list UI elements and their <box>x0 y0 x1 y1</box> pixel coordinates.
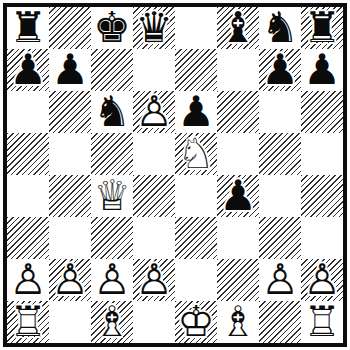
square-h5[interactable] <box>301 133 343 175</box>
chess-diagram: ♜♜♚♚♛♛♝♝♞♞♜♜♟♟♟♟♟♟♟♟♞♞♟♙♟♟♞♘♛♕♟♟♟♙♟♙♟♙♟♙… <box>0 0 350 350</box>
square-d6[interactable]: ♟♙ <box>133 91 175 133</box>
square-d3[interactable] <box>133 217 175 259</box>
square-e5[interactable]: ♞♘ <box>175 133 217 175</box>
square-c2[interactable]: ♟♙ <box>91 259 133 301</box>
square-b3[interactable] <box>49 217 91 259</box>
square-b6[interactable] <box>49 91 91 133</box>
square-f1[interactable]: ♝♗ <box>217 301 259 343</box>
white-pawn-halo: ♟ <box>259 259 301 301</box>
white-king-icon: ♔ <box>175 301 217 343</box>
black-king-icon: ♚ <box>91 7 133 49</box>
white-pawn-halo: ♟ <box>49 259 91 301</box>
white-pawn-icon: ♙ <box>7 259 49 301</box>
white-pawn-icon: ♙ <box>259 259 301 301</box>
square-e7[interactable] <box>175 49 217 91</box>
square-b5[interactable] <box>49 133 91 175</box>
square-d4[interactable] <box>133 175 175 217</box>
square-g8[interactable]: ♞♞ <box>259 7 301 49</box>
square-e8[interactable] <box>175 7 217 49</box>
square-c8[interactable]: ♚♚ <box>91 7 133 49</box>
white-knight-icon: ♘ <box>175 133 217 175</box>
white-rook-halo: ♜ <box>7 301 49 343</box>
square-a4[interactable] <box>7 175 49 217</box>
square-h1[interactable]: ♜♖ <box>301 301 343 343</box>
black-king-halo: ♚ <box>91 7 133 49</box>
black-rook-halo: ♜ <box>7 7 49 49</box>
white-pawn-icon: ♙ <box>133 259 175 301</box>
square-h4[interactable] <box>301 175 343 217</box>
square-c1[interactable]: ♝♗ <box>91 301 133 343</box>
square-h8[interactable]: ♜♜ <box>301 7 343 49</box>
black-pawn-halo: ♟ <box>49 49 91 91</box>
black-rook-halo: ♜ <box>301 7 343 49</box>
black-queen-icon: ♛ <box>133 7 175 49</box>
white-pawn-halo: ♟ <box>7 259 49 301</box>
white-pawn-halo: ♟ <box>91 259 133 301</box>
square-c5[interactable] <box>91 133 133 175</box>
white-bishop-halo: ♝ <box>91 301 133 343</box>
chess-board: ♜♜♚♚♛♛♝♝♞♞♜♜♟♟♟♟♟♟♟♟♞♞♟♙♟♟♞♘♛♕♟♟♟♙♟♙♟♙♟♙… <box>3 3 347 347</box>
square-b2[interactable]: ♟♙ <box>49 259 91 301</box>
square-a8[interactable]: ♜♜ <box>7 7 49 49</box>
square-g2[interactable]: ♟♙ <box>259 259 301 301</box>
square-b7[interactable]: ♟♟ <box>49 49 91 91</box>
white-pawn-halo: ♟ <box>301 259 343 301</box>
square-f5[interactable] <box>217 133 259 175</box>
square-g6[interactable] <box>259 91 301 133</box>
black-knight-halo: ♞ <box>259 7 301 49</box>
square-a7[interactable]: ♟♟ <box>7 49 49 91</box>
square-f2[interactable] <box>217 259 259 301</box>
black-rook-icon: ♜ <box>7 7 49 49</box>
square-c4[interactable]: ♛♕ <box>91 175 133 217</box>
white-queen-icon: ♕ <box>91 175 133 217</box>
white-rook-icon: ♖ <box>301 301 343 343</box>
square-h6[interactable] <box>301 91 343 133</box>
black-pawn-icon: ♟ <box>7 49 49 91</box>
square-f7[interactable] <box>217 49 259 91</box>
black-pawn-icon: ♟ <box>217 175 259 217</box>
black-pawn-halo: ♟ <box>7 49 49 91</box>
white-bishop-icon: ♗ <box>91 301 133 343</box>
white-pawn-icon: ♙ <box>133 91 175 133</box>
black-pawn-halo: ♟ <box>301 49 343 91</box>
square-e6[interactable]: ♟♟ <box>175 91 217 133</box>
white-pawn-icon: ♙ <box>301 259 343 301</box>
square-g4[interactable] <box>259 175 301 217</box>
square-c7[interactable] <box>91 49 133 91</box>
black-pawn-halo: ♟ <box>175 91 217 133</box>
square-c3[interactable] <box>91 217 133 259</box>
square-h3[interactable] <box>301 217 343 259</box>
square-a3[interactable] <box>7 217 49 259</box>
square-d2[interactable]: ♟♙ <box>133 259 175 301</box>
white-king-halo: ♚ <box>175 301 217 343</box>
black-rook-icon: ♜ <box>301 7 343 49</box>
square-e2[interactable] <box>175 259 217 301</box>
white-rook-icon: ♖ <box>7 301 49 343</box>
square-f8[interactable]: ♝♝ <box>217 7 259 49</box>
white-queen-halo: ♛ <box>91 175 133 217</box>
square-e3[interactable] <box>175 217 217 259</box>
square-e4[interactable] <box>175 175 217 217</box>
square-b4[interactable] <box>49 175 91 217</box>
black-knight-halo: ♞ <box>91 91 133 133</box>
black-knight-icon: ♞ <box>91 91 133 133</box>
square-e1[interactable]: ♚♔ <box>175 301 217 343</box>
square-b8[interactable] <box>49 7 91 49</box>
black-bishop-halo: ♝ <box>217 7 259 49</box>
black-knight-icon: ♞ <box>259 7 301 49</box>
square-d8[interactable]: ♛♛ <box>133 7 175 49</box>
square-g3[interactable] <box>259 217 301 259</box>
black-queen-halo: ♛ <box>133 7 175 49</box>
square-d7[interactable] <box>133 49 175 91</box>
black-pawn-halo: ♟ <box>259 49 301 91</box>
square-d1[interactable] <box>133 301 175 343</box>
black-pawn-icon: ♟ <box>49 49 91 91</box>
square-h7[interactable]: ♟♟ <box>301 49 343 91</box>
black-pawn-icon: ♟ <box>301 49 343 91</box>
square-c6[interactable]: ♞♞ <box>91 91 133 133</box>
white-bishop-halo: ♝ <box>217 301 259 343</box>
white-knight-halo: ♞ <box>175 133 217 175</box>
black-pawn-halo: ♟ <box>217 175 259 217</box>
square-b1[interactable] <box>49 301 91 343</box>
square-a6[interactable] <box>7 91 49 133</box>
square-f3[interactable] <box>217 217 259 259</box>
white-pawn-icon: ♙ <box>49 259 91 301</box>
square-f4[interactable]: ♟♟ <box>217 175 259 217</box>
square-d5[interactable] <box>133 133 175 175</box>
white-pawn-icon: ♙ <box>91 259 133 301</box>
black-pawn-icon: ♟ <box>175 91 217 133</box>
square-g1[interactable] <box>259 301 301 343</box>
square-a2[interactable]: ♟♙ <box>7 259 49 301</box>
square-g7[interactable]: ♟♟ <box>259 49 301 91</box>
white-pawn-halo: ♟ <box>133 91 175 133</box>
white-rook-halo: ♜ <box>301 301 343 343</box>
square-a1[interactable]: ♜♖ <box>7 301 49 343</box>
white-pawn-halo: ♟ <box>133 259 175 301</box>
white-bishop-icon: ♗ <box>217 301 259 343</box>
square-f6[interactable] <box>217 91 259 133</box>
black-bishop-icon: ♝ <box>217 7 259 49</box>
square-a5[interactable] <box>7 133 49 175</box>
square-h2[interactable]: ♟♙ <box>301 259 343 301</box>
square-g5[interactable] <box>259 133 301 175</box>
black-pawn-icon: ♟ <box>259 49 301 91</box>
